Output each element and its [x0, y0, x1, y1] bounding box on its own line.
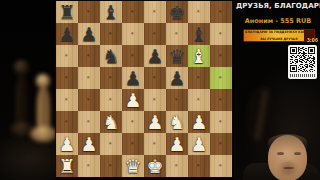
square-a5[interactable]	[56, 67, 78, 89]
square-c4[interactable]	[100, 89, 122, 111]
square-d5[interactable]: ♟	[122, 67, 144, 89]
piece-white-pawn-f2[interactable]: ♟	[166, 133, 188, 155]
streamer-left-eye	[277, 152, 284, 155]
piece-white-rook-a1[interactable]: ♜	[56, 155, 78, 177]
square-d2[interactable]	[122, 133, 144, 155]
square-f7[interactable]	[166, 23, 188, 45]
piece-white-pawn-g2[interactable]: ♟	[188, 133, 210, 155]
square-e1[interactable]: ♚	[144, 155, 166, 177]
square-b2[interactable]: ♟	[78, 133, 100, 155]
background-pawn-bronze	[29, 74, 58, 146]
piece-white-pawn-b2[interactable]: ♟	[78, 133, 100, 155]
pawn-base	[30, 126, 57, 142]
piece-black-pawn-a7[interactable]: ♟	[56, 23, 78, 45]
square-c7[interactable]	[100, 23, 122, 45]
square-c3[interactable]: ♞	[100, 111, 122, 133]
piece-black-pawn-f5[interactable]: ♟	[166, 67, 188, 89]
square-c5[interactable]	[100, 67, 122, 89]
piece-white-bishop-g6[interactable]: ♝	[188, 45, 210, 67]
square-h6[interactable]	[210, 45, 232, 67]
square-c8[interactable]: ♝	[100, 1, 122, 23]
square-a3[interactable]	[56, 111, 78, 133]
piece-black-bishop-c8[interactable]: ♝	[100, 1, 122, 23]
stream-background-left	[0, 0, 56, 180]
piece-white-knight-f3[interactable]: ♞	[166, 111, 188, 133]
piece-black-pawn-e6[interactable]: ♟	[144, 45, 166, 67]
square-f3[interactable]: ♞	[166, 111, 188, 133]
square-b7[interactable]: ♟	[78, 23, 100, 45]
square-b6[interactable]	[78, 45, 100, 67]
square-g2[interactable]: ♟	[188, 133, 210, 155]
piece-white-king-e1[interactable]: ♚	[144, 155, 166, 177]
piece-black-bishop-g7[interactable]: ♝	[188, 23, 210, 45]
piece-black-knight-c6[interactable]: ♞	[100, 45, 122, 67]
square-e2[interactable]	[144, 133, 166, 155]
square-e7[interactable]	[144, 23, 166, 45]
square-b4[interactable]	[78, 89, 100, 111]
streamer-hair	[268, 134, 307, 151]
square-g4[interactable]	[188, 89, 210, 111]
piece-white-pawn-g3[interactable]: ♟	[188, 111, 210, 133]
background-chess-piece-blur	[248, 88, 274, 140]
goal-bar-text-line1: БЛАГОДАРЮ ЗА ПОДДЕРЖКУ КАНАЛА	[244, 30, 314, 34]
piece-black-pawn-b7[interactable]: ♟	[78, 23, 100, 45]
square-c1[interactable]	[100, 155, 122, 177]
square-d4[interactable]: ♟	[122, 89, 144, 111]
square-d8[interactable]	[122, 1, 144, 23]
piece-white-pawn-e3[interactable]: ♟	[144, 111, 166, 133]
square-f8[interactable]: ♚	[166, 1, 188, 23]
pawn-body	[16, 73, 28, 125]
square-g8[interactable]	[188, 1, 210, 23]
donation-qr-code	[288, 45, 317, 79]
donation-thanks-title: ДРУЗЬЯ, БЛАГОДАРЮ:	[236, 2, 320, 10]
square-b1[interactable]	[78, 155, 100, 177]
square-e3[interactable]: ♟	[144, 111, 166, 133]
square-g3[interactable]: ♟	[188, 111, 210, 133]
square-a8[interactable]: ♜	[56, 1, 78, 23]
piece-black-rook-a8[interactable]: ♜	[56, 1, 78, 23]
qr-pattern	[290, 47, 315, 72]
square-a1[interactable]: ♜	[56, 155, 78, 177]
square-f4[interactable]	[166, 89, 188, 111]
square-a2[interactable]: ♟	[56, 133, 78, 155]
square-f5[interactable]: ♟	[166, 67, 188, 89]
square-g6[interactable]: ♝	[188, 45, 210, 67]
square-c6[interactable]: ♞	[100, 45, 122, 67]
square-a6[interactable]	[56, 45, 78, 67]
square-h5[interactable]	[210, 67, 232, 89]
square-e4[interactable]	[144, 89, 166, 111]
square-h3[interactable]	[210, 111, 232, 133]
square-f2[interactable]: ♟	[166, 133, 188, 155]
square-d7[interactable]	[122, 23, 144, 45]
square-f1[interactable]	[166, 155, 188, 177]
streamer-right-eye	[294, 152, 301, 155]
pawn-body	[37, 86, 50, 130]
piece-white-pawn-d4[interactable]: ♟	[122, 89, 144, 111]
square-e5[interactable]	[144, 67, 166, 89]
piece-white-pawn-a2[interactable]: ♟	[56, 133, 78, 155]
chess-board[interactable]: ♜♝♚♟♟♝♞♟♛♝♟♟♟♞♟♞♟♟♟♟♟♜♛♚	[56, 1, 232, 177]
square-g1[interactable]	[188, 155, 210, 177]
square-b8[interactable]	[78, 1, 100, 23]
square-g5[interactable]	[188, 67, 210, 89]
square-h2[interactable]	[210, 133, 232, 155]
piece-white-queen-d1[interactable]: ♛	[122, 155, 144, 177]
square-e8[interactable]	[144, 1, 166, 23]
square-b3[interactable]	[78, 111, 100, 133]
square-d6[interactable]	[122, 45, 144, 67]
square-a7[interactable]: ♟	[56, 23, 78, 45]
qr-caption-strip	[290, 74, 315, 77]
square-e6[interactable]: ♟	[144, 45, 166, 67]
square-b5[interactable]	[78, 67, 100, 89]
piece-black-king-f8[interactable]: ♚	[166, 1, 188, 23]
square-c2[interactable]	[100, 133, 122, 155]
square-d1[interactable]: ♛	[122, 155, 144, 177]
piece-black-queen-f6[interactable]: ♛	[166, 45, 188, 67]
square-h4[interactable]	[210, 89, 232, 111]
square-f6[interactable]: ♛	[166, 45, 188, 67]
piece-white-knight-c3[interactable]: ♞	[100, 111, 122, 133]
square-h7[interactable]	[210, 23, 232, 45]
square-h8[interactable]	[210, 1, 232, 23]
square-g7[interactable]: ♝	[188, 23, 210, 45]
square-h1[interactable]	[210, 155, 232, 177]
donor-amount-line: Аноним - 555 RUB	[236, 17, 320, 25]
square-a4[interactable]	[56, 89, 78, 111]
goal-timer: 3:06	[296, 38, 318, 43]
piece-black-pawn-d5[interactable]: ♟	[122, 67, 144, 89]
streamer-mouth	[283, 167, 294, 169]
square-d3[interactable]	[122, 111, 144, 133]
